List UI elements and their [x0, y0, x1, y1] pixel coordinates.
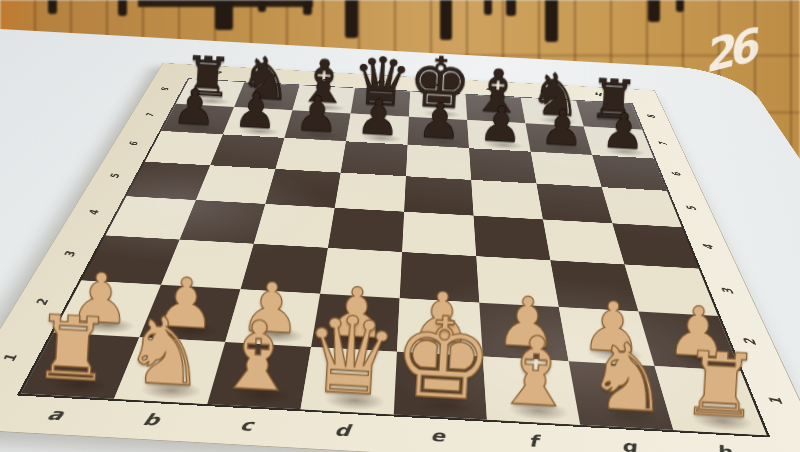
square-f5[interactable]: [471, 180, 543, 220]
square-c7[interactable]: ♟: [284, 110, 350, 141]
file-label-d: d: [291, 407, 391, 452]
black-pawn[interactable]: ♟: [355, 93, 401, 142]
square-b5[interactable]: [196, 165, 276, 204]
white-king[interactable]: ♚: [390, 303, 496, 414]
square-e6[interactable]: [406, 145, 471, 180]
rank-left-label-6: 6: [96, 133, 170, 155]
square-c4[interactable]: [254, 204, 335, 248]
square-d5[interactable]: [335, 173, 406, 212]
square-g6[interactable]: [531, 152, 602, 188]
rank-right-label-4: 4: [668, 233, 750, 261]
rank-left-label-4: 4: [50, 199, 135, 226]
square-g5[interactable]: [536, 184, 612, 224]
square-d4[interactable]: [328, 208, 404, 252]
square-b6[interactable]: [210, 134, 284, 168]
black-pawn[interactable]: ♟: [233, 86, 279, 135]
square-f1[interactable]: ♝: [483, 357, 580, 425]
white-knight[interactable]: ♞: [584, 332, 672, 425]
file-label-e: e: [389, 412, 487, 452]
square-b1[interactable]: ♞: [114, 337, 225, 404]
square-d6[interactable]: [341, 141, 408, 176]
square-f4[interactable]: [474, 216, 551, 261]
white-queen[interactable]: ♛: [300, 303, 400, 409]
black-pawn[interactable]: ♟: [294, 90, 340, 139]
white-bishop[interactable]: ♝: [491, 325, 581, 419]
chess-mat: abcdefgh abcdefgh 12345678 12345678 ♜♞♝♛…: [0, 63, 800, 452]
black-pawn[interactable]: ♟: [539, 103, 585, 152]
square-f6[interactable]: [469, 148, 536, 183]
black-pawn[interactable]: ♟: [416, 97, 462, 146]
rank-left-label-8: 8: [132, 81, 197, 99]
rank-right-label-3: 3: [684, 275, 773, 307]
square-d7[interactable]: ♟: [346, 113, 409, 144]
photo-scene: abcdefgh abcdefgh 12345678 12345678 ♜♞♝♛…: [0, 0, 800, 452]
square-e1[interactable]: ♚: [394, 352, 487, 420]
rank-left-label-7: 7: [115, 105, 184, 124]
square-e4[interactable]: [402, 212, 476, 256]
board-tilt: abcdefgh abcdefgh 12345678 12345678 ♜♞♝♛…: [0, 0, 800, 452]
square-g1[interactable]: ♞: [569, 361, 674, 430]
square-c6[interactable]: [275, 138, 346, 173]
rank-left-label-2: 2: [0, 285, 91, 320]
square-c1[interactable]: ♝: [207, 342, 311, 409]
board-perspective: abcdefgh abcdefgh 12345678 12345678 ♜♞♝♛…: [0, 0, 800, 452]
rank-right-label-6: 6: [641, 163, 713, 186]
square-f7[interactable]: ♟: [467, 120, 530, 152]
square-e5[interactable]: [404, 176, 473, 215]
square-c5[interactable]: [265, 169, 340, 208]
rank-left-label-5: 5: [74, 164, 153, 188]
square-e7[interactable]: ♟: [408, 117, 470, 149]
rank-left-label-3: 3: [23, 239, 115, 270]
square-b7[interactable]: ♟: [223, 107, 293, 138]
rank-right-label-5: 5: [654, 196, 731, 221]
black-pawn[interactable]: ♟: [478, 100, 524, 149]
white-knight[interactable]: ♞: [121, 306, 209, 399]
square-b4[interactable]: [180, 200, 266, 244]
table-top-plane: abcdefgh abcdefgh 12345678 12345678 ♜♞♝♛…: [0, 63, 800, 452]
square-d1[interactable]: ♛: [301, 347, 397, 414]
white-bishop[interactable]: ♝: [213, 309, 303, 403]
square-g7[interactable]: ♟: [525, 123, 592, 155]
